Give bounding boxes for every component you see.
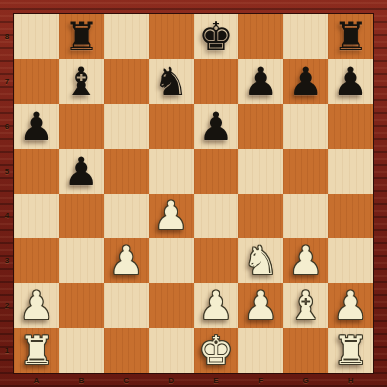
square-a6[interactable]: ♟ xyxy=(14,104,59,149)
square-d6[interactable] xyxy=(149,104,194,149)
square-c5[interactable] xyxy=(104,149,149,194)
square-h6[interactable] xyxy=(328,104,373,149)
square-f1[interactable] xyxy=(238,328,283,373)
rank-label-4: 4 xyxy=(0,194,14,239)
piece-white-knight-f3[interactable]: ♞ xyxy=(243,241,278,280)
square-a3[interactable] xyxy=(14,238,59,283)
square-g8[interactable] xyxy=(283,14,328,59)
square-h3[interactable] xyxy=(328,238,373,283)
square-h4[interactable] xyxy=(328,194,373,239)
square-h8[interactable]: ♜ xyxy=(328,14,373,59)
board-frame: ♜♚♜♝♞♟♟♟♟♟♟♟♟♞♟♟♟♟♝♟♜♚♜ 87654321 ABCDEFG… xyxy=(0,0,387,387)
piece-black-king-e8[interactable]: ♚ xyxy=(198,17,233,56)
square-d8[interactable] xyxy=(149,14,194,59)
piece-black-bishop-b7[interactable]: ♝ xyxy=(64,62,99,101)
file-label-d: D xyxy=(149,373,194,387)
piece-black-pawn-h7[interactable]: ♟ xyxy=(333,62,368,101)
piece-black-pawn-g7[interactable]: ♟ xyxy=(288,62,323,101)
rank-label-7: 7 xyxy=(0,59,14,104)
square-e3[interactable] xyxy=(194,238,239,283)
square-f5[interactable] xyxy=(238,149,283,194)
file-label-e: E xyxy=(194,373,239,387)
square-b7[interactable]: ♝ xyxy=(59,59,104,104)
piece-black-pawn-a6[interactable]: ♟ xyxy=(19,107,54,146)
square-h5[interactable] xyxy=(328,149,373,194)
square-a5[interactable] xyxy=(14,149,59,194)
square-b2[interactable] xyxy=(59,283,104,328)
square-e2[interactable]: ♟ xyxy=(194,283,239,328)
square-g7[interactable]: ♟ xyxy=(283,59,328,104)
square-g1[interactable] xyxy=(283,328,328,373)
file-coordinates: ABCDEFGH xyxy=(14,373,373,387)
square-c7[interactable] xyxy=(104,59,149,104)
square-a4[interactable] xyxy=(14,194,59,239)
piece-white-pawn-h2[interactable]: ♟ xyxy=(333,286,368,325)
rank-label-5: 5 xyxy=(0,149,14,194)
square-b6[interactable] xyxy=(59,104,104,149)
square-g3[interactable]: ♟ xyxy=(283,238,328,283)
piece-white-pawn-c3[interactable]: ♟ xyxy=(109,241,144,280)
piece-black-knight-d7[interactable]: ♞ xyxy=(154,62,189,101)
file-label-h: H xyxy=(328,373,373,387)
square-a8[interactable] xyxy=(14,14,59,59)
square-c6[interactable] xyxy=(104,104,149,149)
piece-white-rook-h1[interactable]: ♜ xyxy=(333,331,368,370)
square-b3[interactable] xyxy=(59,238,104,283)
piece-black-pawn-e6[interactable]: ♟ xyxy=(198,107,233,146)
square-d2[interactable] xyxy=(149,283,194,328)
piece-white-pawn-f2[interactable]: ♟ xyxy=(243,286,278,325)
rank-label-6: 6 xyxy=(0,104,14,149)
square-d5[interactable] xyxy=(149,149,194,194)
piece-white-bishop-g2[interactable]: ♝ xyxy=(288,286,323,325)
square-f6[interactable] xyxy=(238,104,283,149)
square-a7[interactable] xyxy=(14,59,59,104)
square-d1[interactable] xyxy=(149,328,194,373)
file-label-a: A xyxy=(14,373,59,387)
square-e1[interactable]: ♚ xyxy=(194,328,239,373)
square-c2[interactable] xyxy=(104,283,149,328)
square-b5[interactable]: ♟ xyxy=(59,149,104,194)
square-f7[interactable]: ♟ xyxy=(238,59,283,104)
square-e6[interactable]: ♟ xyxy=(194,104,239,149)
rank-label-3: 3 xyxy=(0,238,14,283)
square-f8[interactable] xyxy=(238,14,283,59)
file-label-c: C xyxy=(104,373,149,387)
piece-black-rook-h8[interactable]: ♜ xyxy=(333,17,368,56)
piece-white-pawn-g3[interactable]: ♟ xyxy=(288,241,323,280)
rank-label-1: 1 xyxy=(0,328,14,373)
square-g4[interactable] xyxy=(283,194,328,239)
rank-coordinates: 87654321 xyxy=(0,14,14,373)
square-a1[interactable]: ♜ xyxy=(14,328,59,373)
piece-black-pawn-b5[interactable]: ♟ xyxy=(64,152,99,191)
file-label-f: F xyxy=(238,373,283,387)
square-f4[interactable] xyxy=(238,194,283,239)
piece-white-pawn-e2[interactable]: ♟ xyxy=(198,286,233,325)
rank-label-2: 2 xyxy=(0,283,14,328)
square-c8[interactable] xyxy=(104,14,149,59)
piece-white-pawn-d4[interactable]: ♟ xyxy=(154,196,189,235)
square-h1[interactable]: ♜ xyxy=(328,328,373,373)
square-e7[interactable] xyxy=(194,59,239,104)
rank-label-8: 8 xyxy=(0,14,14,59)
square-d3[interactable] xyxy=(149,238,194,283)
square-g2[interactable]: ♝ xyxy=(283,283,328,328)
square-e5[interactable] xyxy=(194,149,239,194)
piece-white-rook-a1[interactable]: ♜ xyxy=(19,331,54,370)
square-f3[interactable]: ♞ xyxy=(238,238,283,283)
square-d7[interactable]: ♞ xyxy=(149,59,194,104)
square-b4[interactable] xyxy=(59,194,104,239)
square-e4[interactable] xyxy=(194,194,239,239)
piece-black-pawn-f7[interactable]: ♟ xyxy=(243,62,278,101)
square-e8[interactable]: ♚ xyxy=(194,14,239,59)
square-h2[interactable]: ♟ xyxy=(328,283,373,328)
piece-white-king-e1[interactable]: ♚ xyxy=(198,331,233,370)
piece-black-rook-b8[interactable]: ♜ xyxy=(64,17,99,56)
square-c4[interactable] xyxy=(104,194,149,239)
square-g6[interactable] xyxy=(283,104,328,149)
chess-board: ♜♚♜♝♞♟♟♟♟♟♟♟♟♞♟♟♟♟♝♟♜♚♜ xyxy=(14,14,373,373)
file-label-b: B xyxy=(59,373,104,387)
square-h7[interactable]: ♟ xyxy=(328,59,373,104)
square-c1[interactable] xyxy=(104,328,149,373)
piece-white-pawn-a2[interactable]: ♟ xyxy=(19,286,54,325)
square-c3[interactable]: ♟ xyxy=(104,238,149,283)
file-label-g: G xyxy=(283,373,328,387)
square-a2[interactable]: ♟ xyxy=(14,283,59,328)
square-f2[interactable]: ♟ xyxy=(238,283,283,328)
square-g5[interactable] xyxy=(283,149,328,194)
square-b8[interactable]: ♜ xyxy=(59,14,104,59)
square-b1[interactable] xyxy=(59,328,104,373)
square-d4[interactable]: ♟ xyxy=(149,194,194,239)
